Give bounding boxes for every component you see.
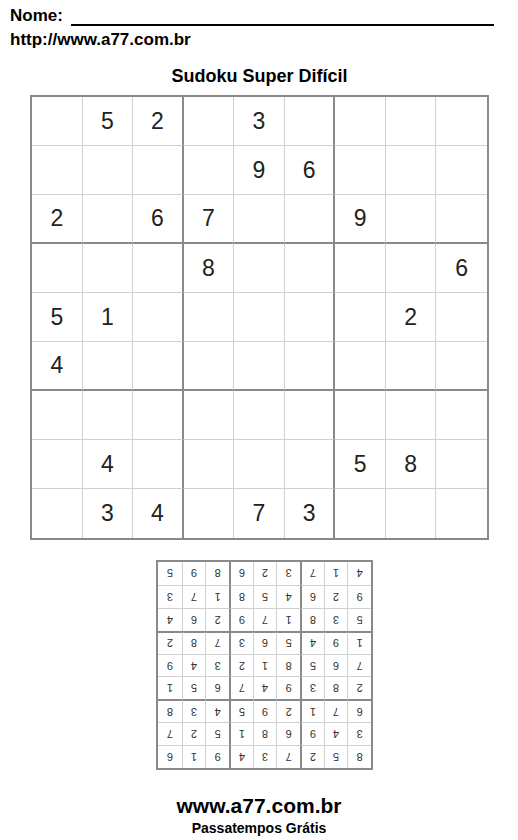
solution-cell-r3c3: 1	[300, 699, 324, 722]
puzzle-cell-r9c6: 3	[285, 489, 336, 538]
puzzle-cell-r5c7	[335, 293, 386, 342]
solution-cell-r2c6: 1	[229, 722, 253, 745]
page-title: Sudoku Super Difícil	[30, 66, 489, 87]
solution-cell-r4c8: 5	[182, 676, 206, 699]
solution-cell-r3c9: 8	[158, 699, 182, 722]
solution-cell-r6c6: 3	[229, 631, 253, 654]
puzzle-cell-r1c2: 5	[83, 97, 134, 146]
puzzle-cell-r4c1	[32, 244, 83, 293]
puzzle-cell-r2c6: 6	[285, 146, 336, 195]
solution-cell-r5c9: 9	[158, 654, 182, 677]
solution-cell-r5c8: 4	[182, 654, 206, 677]
puzzle-cell-r5c3	[133, 293, 184, 342]
solution-cell-r8c5: 5	[253, 585, 277, 608]
puzzle-cell-r5c5	[234, 293, 285, 342]
puzzle-cell-r1c9	[436, 97, 487, 146]
puzzle-cell-r4c7	[335, 244, 386, 293]
solution-cell-r5c6: 2	[229, 654, 253, 677]
puzzle-cell-r6c5	[234, 342, 285, 391]
puzzle-cell-r3c4: 7	[184, 195, 235, 244]
puzzle-cell-r5c1: 5	[32, 293, 83, 342]
puzzle-cell-r2c1	[32, 146, 83, 195]
puzzle-cell-r8c7: 5	[335, 440, 386, 489]
solution-cell-r1c6: 4	[229, 745, 253, 768]
solution-cell-r8c6: 8	[229, 585, 253, 608]
puzzle-cell-r4c3	[133, 244, 184, 293]
name-label: Nome:	[10, 6, 63, 26]
puzzle-cell-r9c4	[184, 489, 235, 538]
footer-tagline: Passatempos Grátis	[10, 820, 508, 837]
puzzle-cell-r9c9	[436, 489, 487, 538]
solution-cell-r4c2: 8	[324, 676, 348, 699]
solution-grid-wrapper: 8527349163496815276712954382839476517658…	[156, 560, 373, 770]
solution-cell-r3c5: 9	[253, 699, 277, 722]
puzzle-grid: 5239626798651244583473	[30, 95, 489, 540]
solution-cell-r4c1: 2	[347, 676, 371, 699]
solution-cell-r1c7: 9	[205, 745, 229, 768]
solution-cell-r1c2: 5	[324, 745, 348, 768]
puzzle-cell-r1c4	[184, 97, 235, 146]
solution-cell-r9c8: 9	[182, 562, 206, 585]
solution-cell-r1c4: 7	[276, 745, 300, 768]
puzzle-cell-r5c9	[436, 293, 487, 342]
solution-cell-r4c9: 1	[158, 676, 182, 699]
solution-cell-r8c4: 4	[276, 585, 300, 608]
solution-cell-r6c4: 5	[276, 631, 300, 654]
solution-cell-r2c2: 4	[324, 722, 348, 745]
puzzle-cell-r4c9: 6	[436, 244, 487, 293]
puzzle-cell-r2c9	[436, 146, 487, 195]
puzzle-cell-r7c1	[32, 391, 83, 440]
solution-cell-r9c4: 3	[276, 562, 300, 585]
solution-cell-r9c3: 7	[300, 562, 324, 585]
puzzle-cell-r1c7	[335, 97, 386, 146]
puzzle-cell-r2c7	[335, 146, 386, 195]
puzzle-cell-r9c7	[335, 489, 386, 538]
solution-cell-r4c6: 7	[229, 676, 253, 699]
solution-cell-r5c2: 6	[324, 654, 348, 677]
puzzle-cell-r7c2	[83, 391, 134, 440]
solution-cell-r2c4: 6	[276, 722, 300, 745]
solution-cell-r7c3: 8	[300, 608, 324, 631]
solution-cell-r3c6: 5	[229, 699, 253, 722]
solution-cell-r2c8: 2	[182, 722, 206, 745]
puzzle-cell-r9c5: 7	[234, 489, 285, 538]
puzzle-cell-r6c9	[436, 342, 487, 391]
solution-cell-r6c5: 6	[253, 631, 277, 654]
solution-cell-r8c8: 7	[182, 585, 206, 608]
solution-cell-r1c3: 2	[300, 745, 324, 768]
solution-cell-r3c8: 3	[182, 699, 206, 722]
solution-cell-r8c7: 1	[205, 585, 229, 608]
puzzle-cell-r6c2	[83, 342, 134, 391]
puzzle-cell-r8c5	[234, 440, 285, 489]
puzzle-cell-r1c3: 2	[133, 97, 184, 146]
puzzle-cell-r2c5: 9	[234, 146, 285, 195]
solution-cell-r6c3: 4	[300, 631, 324, 654]
puzzle-cell-r5c6	[285, 293, 336, 342]
footer-site: www.a77.com.br	[10, 794, 508, 818]
sudoku-sheet: Nome: http://www.a77.com.br Sudoku Super…	[0, 0, 518, 840]
puzzle-cell-r8c4	[184, 440, 235, 489]
puzzle-cell-r8c3	[133, 440, 184, 489]
solution-cell-r4c3: 3	[300, 676, 324, 699]
puzzle-cell-r2c4	[184, 146, 235, 195]
puzzle-cell-r3c2	[83, 195, 134, 244]
solution-cell-r9c2: 1	[324, 562, 348, 585]
puzzle-cell-r2c8	[386, 146, 437, 195]
solution-cell-r3c7: 4	[205, 699, 229, 722]
puzzle-cell-r2c3	[133, 146, 184, 195]
puzzle-cell-r4c6	[285, 244, 336, 293]
solution-cell-r8c1: 9	[347, 585, 371, 608]
solution-cell-r3c1: 6	[347, 699, 371, 722]
puzzle-cell-r3c9	[436, 195, 487, 244]
solution-cell-r3c4: 2	[276, 699, 300, 722]
solution-cell-r5c4: 8	[276, 654, 300, 677]
solution-cell-r6c9: 2	[158, 631, 182, 654]
solution-cell-r7c6: 9	[229, 608, 253, 631]
name-row: Nome:	[10, 6, 494, 26]
puzzle-cell-r5c8: 2	[386, 293, 437, 342]
site-url: http://www.a77.com.br	[10, 30, 518, 50]
solution-cell-r9c9: 5	[158, 562, 182, 585]
solution-cell-r7c4: 1	[276, 608, 300, 631]
solution-cell-r6c7: 7	[205, 631, 229, 654]
solution-grid: 8527349163496815276712954382839476517658…	[156, 560, 373, 770]
puzzle-cell-r8c1	[32, 440, 83, 489]
solution-cell-r2c7: 5	[205, 722, 229, 745]
solution-cell-r4c7: 6	[205, 676, 229, 699]
puzzle-cell-r3c8	[386, 195, 437, 244]
puzzle-cell-r3c1: 2	[32, 195, 83, 244]
puzzle-cell-r3c7: 9	[335, 195, 386, 244]
solution-cell-r1c9: 6	[158, 745, 182, 768]
puzzle-cell-r1c1	[32, 97, 83, 146]
solution-cell-r6c1: 1	[347, 631, 371, 654]
puzzle-cell-r3c3: 6	[133, 195, 184, 244]
puzzle-cell-r2c2	[83, 146, 134, 195]
puzzle-cell-r4c4: 8	[184, 244, 235, 293]
puzzle-cell-r6c8	[386, 342, 437, 391]
puzzle-cell-r7c4	[184, 391, 235, 440]
solution-cell-r7c8: 6	[182, 608, 206, 631]
puzzle-cell-r4c8	[386, 244, 437, 293]
solution-cell-r5c5: 1	[253, 654, 277, 677]
puzzle-cell-r9c3: 4	[133, 489, 184, 538]
solution-cell-r7c1: 5	[347, 608, 371, 631]
puzzle-cell-r1c8	[386, 97, 437, 146]
solution-cell-r4c5: 4	[253, 676, 277, 699]
solution-cell-r8c2: 2	[324, 585, 348, 608]
puzzle-cell-r8c9	[436, 440, 487, 489]
puzzle-cell-r8c8: 8	[386, 440, 437, 489]
puzzle-cell-r9c1	[32, 489, 83, 538]
puzzle-cell-r9c8	[386, 489, 437, 538]
puzzle-cell-r1c5: 3	[234, 97, 285, 146]
puzzle-cell-r4c2	[83, 244, 134, 293]
solution-cell-r3c2: 7	[324, 699, 348, 722]
solution-cell-r5c1: 7	[347, 654, 371, 677]
puzzle-cell-r6c3	[133, 342, 184, 391]
puzzle-cell-r1c6	[285, 97, 336, 146]
solution-cell-r7c9: 4	[158, 608, 182, 631]
puzzle-cell-r6c4	[184, 342, 235, 391]
puzzle-cell-r7c6	[285, 391, 336, 440]
puzzle-cell-r8c6	[285, 440, 336, 489]
solution-cell-r6c2: 9	[324, 631, 348, 654]
solution-cell-r7c2: 3	[324, 608, 348, 631]
solution-cell-r2c3: 9	[300, 722, 324, 745]
solution-cell-r9c6: 6	[229, 562, 253, 585]
solution-cell-r1c1: 8	[347, 745, 371, 768]
solution-cell-r4c4: 9	[276, 676, 300, 699]
solution-cell-r7c5: 7	[253, 608, 277, 631]
puzzle-cell-r6c6	[285, 342, 336, 391]
solution-cell-r2c9: 7	[158, 722, 182, 745]
puzzle-cell-r6c1: 4	[32, 342, 83, 391]
puzzle-cell-r3c6	[285, 195, 336, 244]
solution-cell-r9c1: 4	[347, 562, 371, 585]
solution-cell-r5c3: 5	[300, 654, 324, 677]
solution-cell-r2c5: 8	[253, 722, 277, 745]
solution-cell-r6c8: 8	[182, 631, 206, 654]
puzzle-cell-r6c7	[335, 342, 386, 391]
solution-cell-r9c7: 8	[205, 562, 229, 585]
puzzle-cell-r7c5	[234, 391, 285, 440]
puzzle-cell-r3c5	[234, 195, 285, 244]
solution-cell-r7c7: 2	[205, 608, 229, 631]
name-underline	[71, 8, 494, 26]
solution-cell-r1c8: 1	[182, 745, 206, 768]
puzzle-cell-r7c3	[133, 391, 184, 440]
puzzle-cell-r7c8	[386, 391, 437, 440]
solution-cell-r1c5: 3	[253, 745, 277, 768]
puzzle-cell-r4c5	[234, 244, 285, 293]
solution-cell-r2c1: 3	[347, 722, 371, 745]
solution-cell-r9c5: 2	[253, 562, 277, 585]
solution-cell-r8c3: 6	[300, 585, 324, 608]
puzzle-cell-r7c9	[436, 391, 487, 440]
puzzle-cell-r5c4	[184, 293, 235, 342]
solution-cell-r8c9: 3	[158, 585, 182, 608]
puzzle-cell-r8c2: 4	[83, 440, 134, 489]
puzzle-cell-r9c2: 3	[83, 489, 134, 538]
puzzle-cell-r7c7	[335, 391, 386, 440]
puzzle-cell-r5c2: 1	[83, 293, 134, 342]
solution-cell-r5c7: 3	[205, 654, 229, 677]
